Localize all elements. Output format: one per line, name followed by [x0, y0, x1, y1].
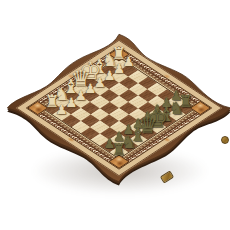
white-pawn: ♟ [56, 103, 68, 116]
black-rook: ♜ [112, 141, 126, 157]
chess-set-photo: ♜♞♝♛♚♝♞♜♟♟♟♟♟♟♟♟♟♟♟♟♟♟♟♟♜♞♝♛♚♝♞♜ [0, 0, 230, 230]
brass-clasp-icon [221, 136, 229, 144]
pieces-layer: ♜♞♝♛♚♝♞♜♟♟♟♟♟♟♟♟♟♟♟♟♟♟♟♟♜♞♝♛♚♝♞♜ [0, 0, 230, 230]
